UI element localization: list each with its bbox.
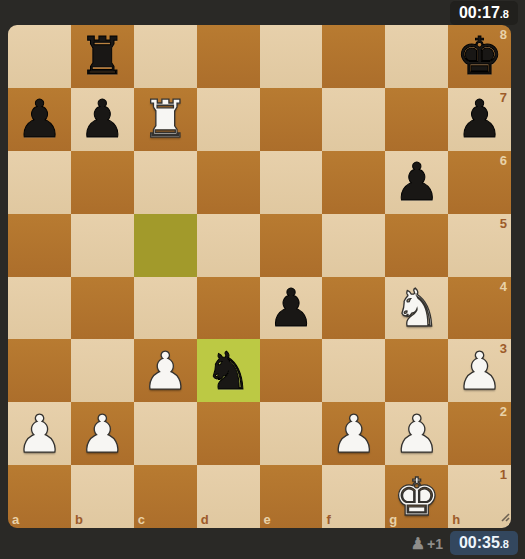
square-b1[interactable]: b [71,465,134,528]
square-g6[interactable]: ♟ [385,151,448,214]
square-e7[interactable] [260,88,323,151]
square-d4[interactable] [197,277,260,340]
square-b3[interactable] [71,339,134,402]
square-f4[interactable] [322,277,385,340]
white-knight-g4[interactable]: ♞ [385,277,448,340]
square-h8[interactable]: 8♚ [448,25,511,88]
black-pawn-e4[interactable]: ♟ [260,277,323,340]
square-h2[interactable]: 2 [448,402,511,465]
rank-label-2: 2 [500,404,507,419]
square-d6[interactable] [197,151,260,214]
file-label-f: f [326,512,330,527]
square-d5[interactable] [197,214,260,277]
square-c4[interactable] [134,277,197,340]
square-e6[interactable] [260,151,323,214]
square-c5[interactable] [134,214,197,277]
square-c7[interactable]: ♜ [134,88,197,151]
file-label-b: b [75,512,83,527]
black-king-h8[interactable]: ♚ [448,25,511,88]
square-c8[interactable] [134,25,197,88]
square-c1[interactable]: c [134,465,197,528]
square-f6[interactable] [322,151,385,214]
game-screen: 00:17.8 ♜8♚♟♟♜7♟♟65♟♞4♟♞3♟♟♟♟♟2abcdefg♚1… [0,0,525,559]
file-label-a: a [12,512,19,527]
square-h4[interactable]: 4 [448,277,511,340]
rank-label-4: 4 [500,279,507,294]
square-b4[interactable] [71,277,134,340]
white-rook-c7[interactable]: ♜ [134,88,197,151]
opponent-clock-fraction: .8 [500,6,509,23]
square-d7[interactable] [197,88,260,151]
rank-label-1: 1 [500,467,507,482]
player-clock: 00:35.8 [450,531,518,555]
material-advantage: ♟ +1 [411,534,443,554]
white-pawn-b2[interactable]: ♟ [71,402,134,465]
square-g1[interactable]: g♚ [385,465,448,528]
board[interactable]: ♜8♚♟♟♜7♟♟65♟♞4♟♞3♟♟♟♟♟2abcdefg♚1h [8,25,511,528]
black-pawn-g6[interactable]: ♟ [385,151,448,214]
square-g2[interactable]: ♟ [385,402,448,465]
square-d3[interactable]: ♞ [197,339,260,402]
file-label-c: c [138,512,145,527]
file-label-h: h [452,512,460,527]
board-resize-handle[interactable] [497,509,511,523]
square-f3[interactable] [322,339,385,402]
square-h7[interactable]: 7♟ [448,88,511,151]
white-king-g1[interactable]: ♚ [385,465,448,528]
square-h3[interactable]: 3♟ [448,339,511,402]
white-pawn-f2[interactable]: ♟ [322,402,385,465]
square-f2[interactable]: ♟ [322,402,385,465]
opponent-clock: 00:17.8 [450,1,518,25]
square-f1[interactable]: f [322,465,385,528]
square-c3[interactable]: ♟ [134,339,197,402]
square-e5[interactable] [260,214,323,277]
square-a5[interactable] [8,214,71,277]
square-f5[interactable] [322,214,385,277]
player-clock-fraction: .8 [500,536,509,553]
square-b5[interactable] [71,214,134,277]
black-pawn-b7[interactable]: ♟ [71,88,134,151]
square-g7[interactable] [385,88,448,151]
square-a6[interactable] [8,151,71,214]
square-h6[interactable]: 6 [448,151,511,214]
file-label-e: e [264,512,271,527]
square-d8[interactable] [197,25,260,88]
square-a1[interactable]: a [8,465,71,528]
square-a8[interactable] [8,25,71,88]
white-pawn-c3[interactable]: ♟ [134,339,197,402]
black-rook-b8[interactable]: ♜ [71,25,134,88]
square-c6[interactable] [134,151,197,214]
rank-label-6: 6 [500,153,507,168]
square-e3[interactable] [260,339,323,402]
square-b8[interactable]: ♜ [71,25,134,88]
rank-label-5: 5 [500,216,507,231]
pawn-icon: ♟ [411,536,425,552]
resize-icon [497,509,511,523]
square-g4[interactable]: ♞ [385,277,448,340]
black-pawn-h7[interactable]: ♟ [448,88,511,151]
square-c2[interactable] [134,402,197,465]
square-d1[interactable]: d [197,465,260,528]
black-pawn-a7[interactable]: ♟ [8,88,71,151]
square-e2[interactable] [260,402,323,465]
square-f8[interactable] [322,25,385,88]
player-clock-main: 00:35 [459,534,500,551]
opponent-clock-main: 00:17 [459,4,500,21]
file-label-d: d [201,512,209,527]
square-a7[interactable]: ♟ [8,88,71,151]
square-g3[interactable] [385,339,448,402]
square-b7[interactable]: ♟ [71,88,134,151]
square-a3[interactable] [8,339,71,402]
square-g8[interactable] [385,25,448,88]
white-pawn-g2[interactable]: ♟ [385,402,448,465]
white-pawn-h3[interactable]: ♟ [448,339,511,402]
square-e1[interactable]: e [260,465,323,528]
square-e8[interactable] [260,25,323,88]
square-e4[interactable]: ♟ [260,277,323,340]
square-h5[interactable]: 5 [448,214,511,277]
square-a4[interactable] [8,277,71,340]
square-g5[interactable] [385,214,448,277]
square-b6[interactable] [71,151,134,214]
black-knight-d3[interactable]: ♞ [197,339,260,402]
square-f7[interactable] [322,88,385,151]
square-d2[interactable] [197,402,260,465]
material-advantage-label: +1 [427,536,443,552]
square-b2[interactable]: ♟ [71,402,134,465]
square-a2[interactable]: ♟ [8,402,71,465]
white-pawn-a2[interactable]: ♟ [8,402,71,465]
